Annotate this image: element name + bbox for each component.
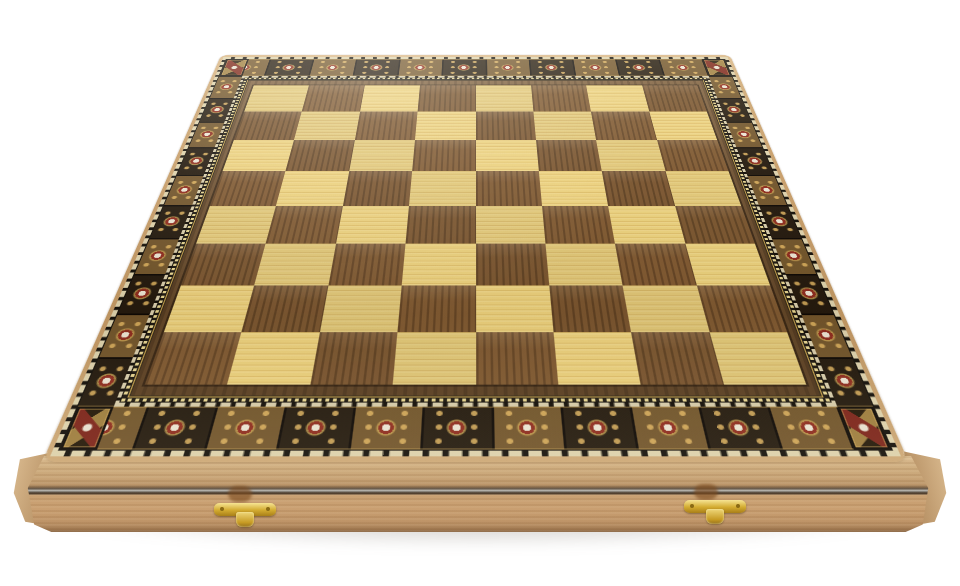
square-a2[interactable] (164, 285, 255, 332)
square-a8[interactable] (244, 85, 309, 111)
chess-board (145, 85, 807, 384)
square-g2[interactable] (623, 285, 709, 332)
brass-latch-right (684, 500, 746, 513)
square-e5[interactable] (476, 171, 542, 205)
square-c6[interactable] (349, 140, 415, 171)
square-c1[interactable] (310, 332, 397, 385)
square-a7[interactable] (234, 112, 302, 141)
square-h2[interactable] (696, 285, 787, 332)
square-b8[interactable] (302, 85, 365, 111)
square-c2[interactable] (320, 285, 402, 332)
square-b7[interactable] (294, 112, 360, 141)
square-e6[interactable] (476, 140, 539, 171)
square-e7[interactable] (476, 112, 536, 141)
outer-tick-band (50, 57, 901, 456)
dotted-pinstripe-band (121, 78, 830, 402)
square-a6[interactable] (222, 140, 294, 171)
square-b5[interactable] (276, 171, 349, 205)
square-f4[interactable] (542, 206, 615, 244)
walnut-margin (131, 81, 821, 396)
square-e2[interactable] (476, 285, 554, 332)
square-h6[interactable] (657, 140, 729, 171)
square-b4[interactable] (266, 206, 343, 244)
square-d2[interactable] (398, 285, 476, 332)
square-f1[interactable] (553, 332, 640, 385)
square-f8[interactable] (531, 85, 591, 111)
square-h8[interactable] (642, 85, 707, 111)
square-c7[interactable] (355, 112, 418, 141)
square-d5[interactable] (409, 171, 475, 205)
square-c5[interactable] (343, 171, 412, 205)
square-f2[interactable] (549, 285, 631, 332)
square-f6[interactable] (536, 140, 602, 171)
square-b6[interactable] (286, 140, 355, 171)
square-c8[interactable] (360, 85, 420, 111)
square-a5[interactable] (210, 171, 286, 205)
square-d6[interactable] (412, 140, 475, 171)
square-a1[interactable] (145, 332, 242, 385)
square-b1[interactable] (227, 332, 319, 385)
square-d3[interactable] (402, 243, 476, 285)
square-g5[interactable] (602, 171, 675, 205)
mosaic-border-top (219, 59, 731, 76)
square-g4[interactable] (608, 206, 685, 244)
latch-mark-left (228, 486, 252, 502)
square-d4[interactable] (406, 206, 476, 244)
square-e1[interactable] (476, 332, 559, 385)
square-c4[interactable] (336, 206, 409, 244)
square-h4[interactable] (675, 206, 755, 244)
latch-mark-right (694, 484, 718, 500)
square-a4[interactable] (196, 206, 276, 244)
square-b2[interactable] (242, 285, 328, 332)
square-h3[interactable] (685, 243, 770, 285)
square-e3[interactable] (476, 243, 550, 285)
board-top-surface (42, 55, 909, 462)
square-g3[interactable] (615, 243, 696, 285)
square-g7[interactable] (591, 112, 657, 141)
square-d7[interactable] (415, 112, 475, 141)
square-c3[interactable] (328, 243, 405, 285)
square-a3[interactable] (181, 243, 266, 285)
gold-pinline (127, 80, 823, 398)
square-h7[interactable] (649, 112, 717, 141)
square-f7[interactable] (533, 112, 596, 141)
mosaic-border (60, 59, 892, 449)
square-d1[interactable] (393, 332, 476, 385)
square-h1[interactable] (709, 332, 806, 385)
square-b3[interactable] (255, 243, 336, 285)
square-e4[interactable] (476, 206, 546, 244)
square-h5[interactable] (665, 171, 741, 205)
square-f5[interactable] (539, 171, 608, 205)
square-g1[interactable] (631, 332, 723, 385)
square-d8[interactable] (418, 85, 476, 111)
box-front-panel (26, 456, 930, 532)
mosaic-border-bottom (60, 407, 892, 450)
square-g8[interactable] (586, 85, 649, 111)
board-top-scene (42, 55, 909, 462)
square-g6[interactable] (596, 140, 665, 171)
chess-board-photo (0, 0, 960, 586)
square-f3[interactable] (545, 243, 622, 285)
square-e8[interactable] (476, 85, 534, 111)
brass-latch-left (214, 503, 276, 516)
